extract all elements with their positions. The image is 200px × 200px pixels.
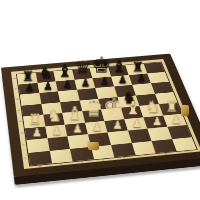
piece-black-bishop: ♝ (57, 63, 72, 80)
piece-black-pawn: ♟ (81, 78, 91, 89)
board-border-stripe: ♜♞♝♛♚♝♜♟♟♟♟♟♟♟♟♞♜♞♝♛♚♝♞♜♟♟♟♟♟♟♟♟ abcdefg… (11, 59, 200, 169)
square-f3: ♟ (124, 117, 147, 130)
piece-white-pawn: ♟ (152, 116, 162, 127)
piece-black-rook: ♜ (22, 70, 34, 83)
square-a6 (20, 93, 41, 105)
square-e2 (108, 131, 132, 145)
chess-board: ♜♞♝♛♚♝♜♟♟♟♟♟♟♟♟♞♜♞♝♛♚♝♞♜♟♟♟♟♟♟♟♟ abcdefg… (1, 54, 200, 177)
piece-black-pawn: ♟ (100, 76, 110, 87)
piece-black-pawn: ♟ (43, 81, 53, 92)
piece-black-pawn: ♟ (106, 97, 116, 108)
piece-black-pawn: ♟ (62, 79, 72, 90)
square-h4: ♜ (158, 103, 181, 116)
piece-black-knight: ♞ (39, 66, 53, 81)
piece-white-pawn: ♟ (132, 118, 142, 129)
square-g3: ♟ (143, 115, 167, 128)
piece-white-pawn: ♟ (112, 119, 122, 130)
brass-clasp-right-icon (181, 105, 189, 116)
square-f5: ♞ (117, 95, 139, 107)
square-c5 (60, 100, 82, 113)
scene: ♜♞♝♛♚♝♜♟♟♟♟♟♟♟♟♞♜♞♝♛♚♝♞♜♟♟♟♟♟♟♟♟ abcdefg… (0, 0, 200, 200)
piece-black-pawn: ♟ (136, 73, 145, 84)
square-e6 (95, 86, 117, 98)
square-a7: ♟ (18, 83, 38, 95)
piece-white-pawn: ♟ (171, 114, 181, 125)
piece-black-bishop: ♝ (112, 58, 127, 75)
piece-white-pawn: ♟ (31, 127, 41, 139)
file-label-b: b (50, 161, 72, 166)
square-b3: ♟ (45, 124, 67, 138)
rank-label-5: 5 (16, 105, 22, 116)
brass-clasp-front-icon (88, 142, 99, 150)
square-c6 (58, 90, 79, 102)
piece-white-pawn: ♟ (72, 123, 82, 134)
piece-black-king: ♚ (91, 54, 111, 77)
file-label-e: e (113, 155, 135, 160)
piece-white-pawn: ♟ (92, 121, 102, 132)
piece-black-pawn: ♟ (118, 75, 127, 86)
piece-white-pawn: ♟ (52, 125, 62, 137)
piece-black-rook: ♜ (132, 60, 144, 73)
piece-black-pawn: ♟ (25, 83, 35, 94)
product-photo: ♜♞♝♛♚♝♜♟♟♟♟♟♟♟♟♞♜♞♝♛♚♝♞♜♟♟♟♟♟♟♟♟ abcdefg… (0, 0, 200, 200)
square-a5 (22, 104, 43, 117)
